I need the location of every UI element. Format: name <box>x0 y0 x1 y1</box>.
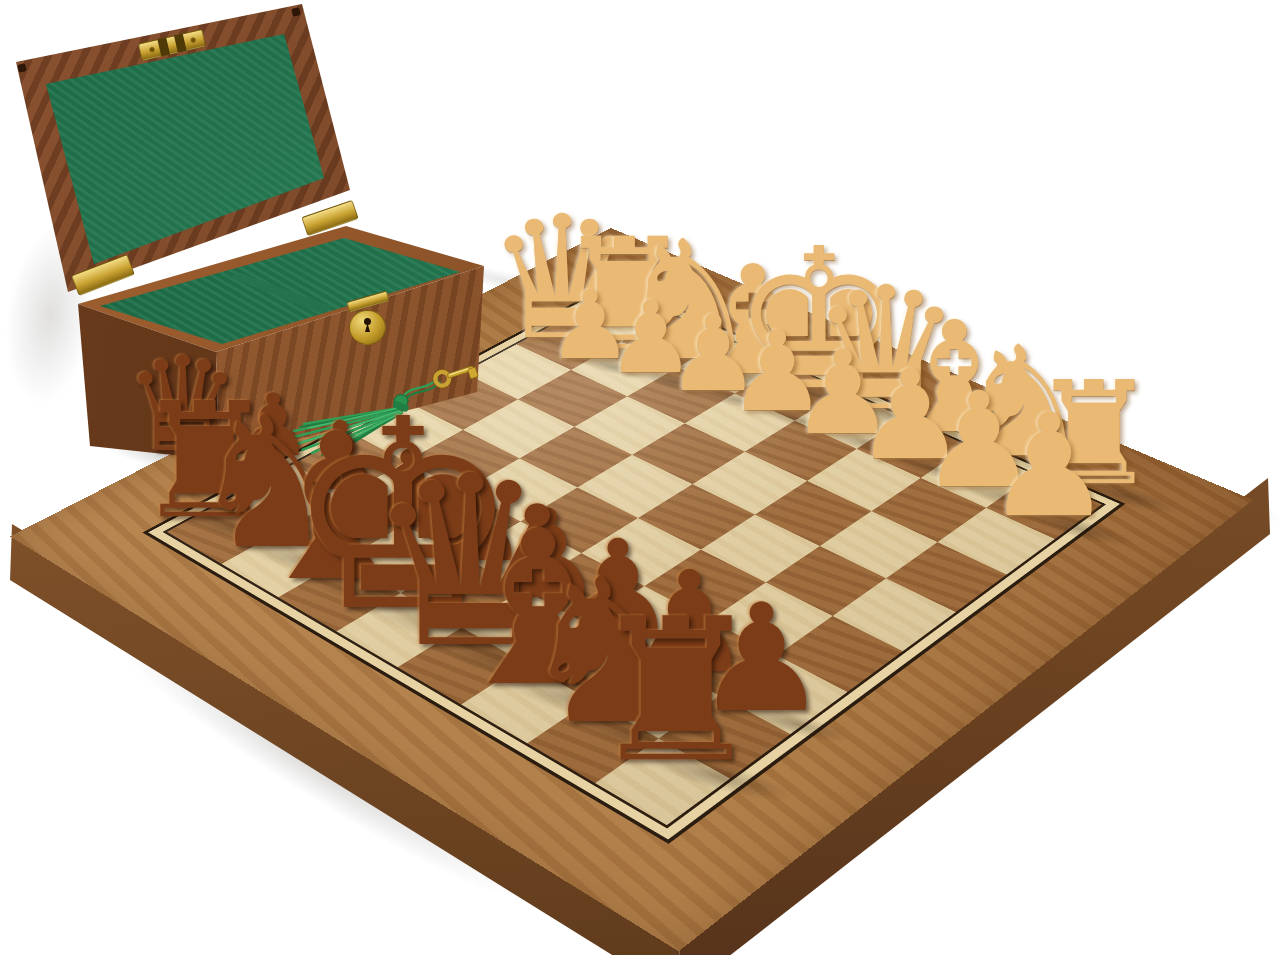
brass-key <box>430 359 478 391</box>
product-photo-scene: ♛♜♞♝♚♛♝♞♜♟♟♟♟♟♟♟♟♛♜♞♝♚♛♝♞♜♟♟♟♟♟♟♟♟ <box>0 0 1280 955</box>
brass-keyhole-escutcheon <box>349 310 386 345</box>
lid-corner-inlay <box>17 63 26 72</box>
green-tassel <box>290 395 410 456</box>
lid-corner-inlay <box>291 7 300 16</box>
key-and-tassel <box>270 350 500 465</box>
keyhole <box>364 318 371 325</box>
